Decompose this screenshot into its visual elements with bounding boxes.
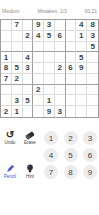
hint-button[interactable]: Hint — [20, 164, 40, 179]
sudoku-cell-r9c5[interactable]: 9 — [44, 106, 55, 117]
sudoku-cell-r6c8[interactable] — [76, 74, 87, 85]
sudoku-cell-r1c3[interactable] — [23, 20, 34, 31]
sudoku-cell-r2c8[interactable]: 1 — [76, 31, 87, 42]
sudoku-cell-r8c4[interactable] — [33, 95, 44, 106]
sudoku-cell-r2c1[interactable] — [1, 31, 12, 42]
sudoku-cell-r4c2[interactable] — [12, 52, 23, 63]
sudoku-cell-r6c7[interactable] — [66, 74, 77, 85]
sudoku-cell-r7c4[interactable]: 2 — [33, 85, 44, 96]
difficulty-label[interactable]: Medium — [2, 8, 20, 15]
sudoku-cell-r6c9[interactable] — [87, 74, 98, 85]
pencil-icon — [0, 164, 20, 174]
sudoku-cell-r7c3[interactable] — [23, 85, 34, 96]
sudoku-cell-r4c5[interactable] — [44, 52, 55, 63]
sudoku-cell-r4c3[interactable]: 4 — [23, 52, 34, 63]
pencil-label: Pencil — [0, 174, 20, 179]
numpad-key-6[interactable]: 6 — [83, 148, 97, 162]
sudoku-cell-r1c8[interactable]: 4 — [76, 20, 87, 31]
sudoku-cell-r2c3[interactable]: 2 — [23, 31, 34, 42]
sudoku-cell-r9c2[interactable]: 1 — [12, 106, 23, 117]
sudoku-cell-r2c2[interactable] — [12, 31, 23, 42]
sudoku-cell-r3c6[interactable] — [55, 42, 66, 53]
sudoku-cell-r8c5[interactable]: 1 — [44, 95, 55, 106]
numpad-key-9[interactable]: 9 — [83, 165, 97, 179]
sudoku-cell-r2c7[interactable] — [66, 31, 77, 42]
sudoku-cell-r5c7[interactable]: 6 — [66, 63, 77, 74]
sudoku-cell-r5c4[interactable] — [33, 63, 44, 74]
undo-button[interactable]: ↺ Undo — [0, 130, 20, 145]
sudoku-cell-r9c4[interactable] — [33, 106, 44, 117]
numpad: 123456789 — [44, 131, 97, 179]
sudoku-cell-r9c6[interactable]: 3 — [55, 106, 66, 117]
sudoku-app: Medium Mistakes: 1/3 00:21 7934824561351… — [0, 0, 99, 215]
sudoku-cell-r2c9[interactable]: 3 — [87, 31, 98, 42]
timer: 00:21 — [84, 8, 97, 15]
sudoku-cell-r5c9[interactable] — [87, 63, 98, 74]
pencil-button[interactable]: Pencil — [0, 164, 20, 179]
sudoku-cell-r6c2[interactable]: 2 — [12, 74, 23, 85]
sudoku-cell-r8c9[interactable] — [87, 95, 98, 106]
sudoku-cell-r6c4[interactable] — [33, 74, 44, 85]
mistakes-counter: Mistakes: 1/3 — [37, 8, 66, 15]
sudoku-cell-r5c6[interactable]: 2 — [55, 63, 66, 74]
sudoku-cell-r8c6[interactable] — [55, 95, 66, 106]
sudoku-cell-r8c3[interactable]: 5 — [23, 95, 34, 106]
sudoku-cell-r5c2[interactable]: 5 — [12, 63, 23, 74]
sudoku-cell-r4c7[interactable] — [66, 52, 77, 63]
sudoku-cell-r1c2[interactable]: 7 — [12, 20, 23, 31]
eraser-icon — [20, 130, 40, 140]
sudoku-cell-r5c3[interactable]: 3 — [23, 63, 34, 74]
numpad-key-3[interactable]: 3 — [83, 131, 97, 145]
sudoku-cell-r4c6[interactable] — [55, 52, 66, 63]
sudoku-cell-r7c2[interactable] — [12, 85, 23, 96]
erase-button[interactable]: Erase — [20, 130, 40, 145]
sudoku-cell-r1c4[interactable]: 9 — [33, 20, 44, 31]
sudoku-cell-r9c9[interactable] — [87, 106, 98, 117]
numpad-key-7[interactable]: 7 — [44, 165, 58, 179]
sudoku-cell-r1c6[interactable] — [55, 20, 66, 31]
sudoku-cell-r4c4[interactable] — [33, 52, 44, 63]
sudoku-cell-r6c6[interactable] — [55, 74, 66, 85]
sudoku-cell-r3c4[interactable] — [33, 42, 44, 53]
sudoku-cell-r4c1[interactable]: 1 — [1, 52, 12, 63]
sudoku-cell-r5c5[interactable] — [44, 63, 55, 74]
sudoku-board: 7934824561351458532697223512193 — [0, 19, 99, 118]
sudoku-cell-r4c9[interactable] — [87, 52, 98, 63]
sudoku-cell-r3c2[interactable] — [12, 42, 23, 53]
sudoku-cell-r6c1[interactable]: 7 — [1, 74, 12, 85]
sudoku-cell-r5c1[interactable]: 8 — [1, 63, 12, 74]
sudoku-cell-r9c8[interactable] — [76, 106, 87, 117]
undo-arrow-icon: ↺ — [0, 130, 20, 140]
sudoku-cell-r6c5[interactable] — [44, 74, 55, 85]
sudoku-cell-r7c6[interactable] — [55, 85, 66, 96]
sudoku-cell-r3c5[interactable] — [44, 42, 55, 53]
sudoku-cell-r3c8[interactable] — [76, 42, 87, 53]
sudoku-cell-r7c9[interactable] — [87, 85, 98, 96]
sudoku-cell-r1c9[interactable]: 8 — [87, 20, 98, 31]
sudoku-cell-r8c1[interactable] — [1, 95, 12, 106]
lightbulb-icon — [20, 164, 40, 174]
sudoku-cell-r3c3[interactable] — [23, 42, 34, 53]
sudoku-cell-r9c3[interactable] — [23, 106, 34, 117]
numpad-key-5[interactable]: 5 — [64, 148, 78, 162]
sudoku-cell-r7c8[interactable] — [76, 85, 87, 96]
sudoku-cell-r8c7[interactable] — [66, 95, 77, 106]
sudoku-cell-r3c9[interactable]: 5 — [87, 42, 98, 53]
numpad-key-4[interactable]: 4 — [44, 148, 58, 162]
erase-label: Erase — [20, 140, 40, 145]
sudoku-cell-r7c7[interactable] — [66, 85, 77, 96]
undo-label: Undo — [0, 140, 20, 145]
numpad-key-8[interactable]: 8 — [64, 165, 78, 179]
hint-label: Hint — [20, 174, 40, 179]
sudoku-cell-r8c2[interactable]: 3 — [12, 95, 23, 106]
status-bar: Medium Mistakes: 1/3 00:21 — [0, 8, 99, 15]
sudoku-cell-r7c1[interactable] — [1, 85, 12, 96]
sudoku-cell-r9c1[interactable]: 2 — [1, 106, 12, 117]
numpad-key-2[interactable]: 2 — [64, 131, 78, 145]
sudoku-cell-r2c4[interactable]: 4 — [33, 31, 44, 42]
numpad-key-1[interactable]: 1 — [44, 131, 58, 145]
sudoku-cell-r6c3[interactable] — [23, 74, 34, 85]
sudoku-cell-r5c8[interactable]: 9 — [76, 63, 87, 74]
sudoku-cell-r9c7[interactable] — [66, 106, 77, 117]
sudoku-cell-r1c7[interactable] — [66, 20, 77, 31]
sudoku-cell-r4c8[interactable]: 5 — [76, 52, 87, 63]
sudoku-cell-r1c1[interactable] — [1, 20, 12, 31]
sudoku-cell-r7c5[interactable] — [44, 85, 55, 96]
sudoku-cell-r3c7[interactable] — [66, 42, 77, 53]
sudoku-cell-r2c5[interactable]: 5 — [44, 31, 55, 42]
sudoku-cell-r2c6[interactable]: 6 — [55, 31, 66, 42]
sudoku-cell-r8c8[interactable] — [76, 95, 87, 106]
sudoku-cell-r3c1[interactable] — [1, 42, 12, 53]
sudoku-cell-r1c5[interactable]: 3 — [44, 20, 55, 31]
